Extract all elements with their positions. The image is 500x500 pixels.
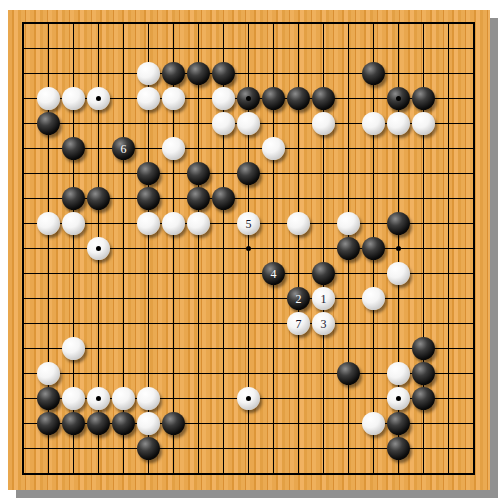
black-stone	[362, 62, 385, 85]
black-stone	[187, 62, 210, 85]
white-stone	[137, 412, 160, 435]
black-stone	[412, 337, 435, 360]
white-stone	[137, 62, 160, 85]
white-stone	[87, 87, 110, 110]
black-stone	[137, 162, 160, 185]
move-number-label: 5	[246, 218, 252, 230]
black-stone	[187, 162, 210, 185]
black-stone	[337, 237, 360, 260]
black-stone	[362, 237, 385, 260]
white-stone	[37, 212, 60, 235]
white-stone	[237, 387, 260, 410]
black-stone	[387, 87, 410, 110]
white-stone	[337, 212, 360, 235]
black-stone	[212, 62, 235, 85]
black-stone	[212, 187, 235, 210]
black-stone	[237, 162, 260, 185]
white-stone	[362, 287, 385, 310]
move-2-stone: 2	[287, 287, 310, 310]
black-stone	[387, 212, 410, 235]
white-stone	[62, 87, 85, 110]
white-stone	[112, 387, 135, 410]
white-stone	[362, 412, 385, 435]
black-stone	[187, 187, 210, 210]
black-stone	[37, 112, 60, 135]
black-stone	[312, 262, 335, 285]
white-stone	[137, 212, 160, 235]
black-stone	[62, 187, 85, 210]
black-stone	[37, 412, 60, 435]
white-stone	[62, 387, 85, 410]
move-1-stone: 1	[312, 287, 335, 310]
move-3-stone: 3	[312, 312, 335, 335]
white-stone	[62, 337, 85, 360]
white-stone	[187, 212, 210, 235]
white-stone	[287, 212, 310, 235]
black-stone	[237, 87, 260, 110]
white-stone	[212, 87, 235, 110]
move-number-label: 4	[271, 268, 277, 280]
white-stone	[387, 387, 410, 410]
white-stone	[87, 237, 110, 260]
black-stone	[262, 87, 285, 110]
black-stone	[62, 412, 85, 435]
white-stone	[237, 112, 260, 135]
black-stone	[87, 187, 110, 210]
move-6-stone: 6	[112, 137, 135, 160]
white-stone	[37, 362, 60, 385]
white-stone	[162, 137, 185, 160]
black-stone	[137, 187, 160, 210]
move-4-stone: 4	[262, 262, 285, 285]
black-stone	[112, 412, 135, 435]
white-stone	[362, 112, 385, 135]
black-stone	[162, 412, 185, 435]
move-number-label: 2	[296, 293, 302, 305]
black-stone	[412, 387, 435, 410]
black-stone	[137, 437, 160, 460]
white-stone	[37, 87, 60, 110]
white-stone	[162, 87, 185, 110]
white-stone	[387, 112, 410, 135]
stones-layer: 6542173	[11, 11, 486, 486]
go-board[interactable]: 6542173	[8, 10, 490, 490]
move-5-stone: 5	[237, 212, 260, 235]
white-stone	[212, 112, 235, 135]
move-number-label: 7	[296, 318, 302, 330]
black-stone	[412, 362, 435, 385]
white-stone	[137, 387, 160, 410]
white-stone	[387, 262, 410, 285]
black-stone	[287, 87, 310, 110]
white-stone	[62, 212, 85, 235]
move-number-label: 6	[121, 143, 127, 155]
white-stone	[87, 387, 110, 410]
white-stone	[137, 87, 160, 110]
white-stone	[312, 112, 335, 135]
move-number-label: 3	[321, 318, 327, 330]
white-stone	[387, 362, 410, 385]
black-stone	[387, 412, 410, 435]
black-stone	[312, 87, 335, 110]
move-number-label: 1	[321, 293, 327, 305]
black-stone	[387, 437, 410, 460]
black-stone	[412, 87, 435, 110]
move-7-stone: 7	[287, 312, 310, 335]
black-stone	[162, 62, 185, 85]
white-stone	[412, 112, 435, 135]
black-stone	[62, 137, 85, 160]
black-stone	[87, 412, 110, 435]
white-stone	[162, 212, 185, 235]
black-stone	[337, 362, 360, 385]
black-stone	[37, 387, 60, 410]
white-stone	[262, 137, 285, 160]
